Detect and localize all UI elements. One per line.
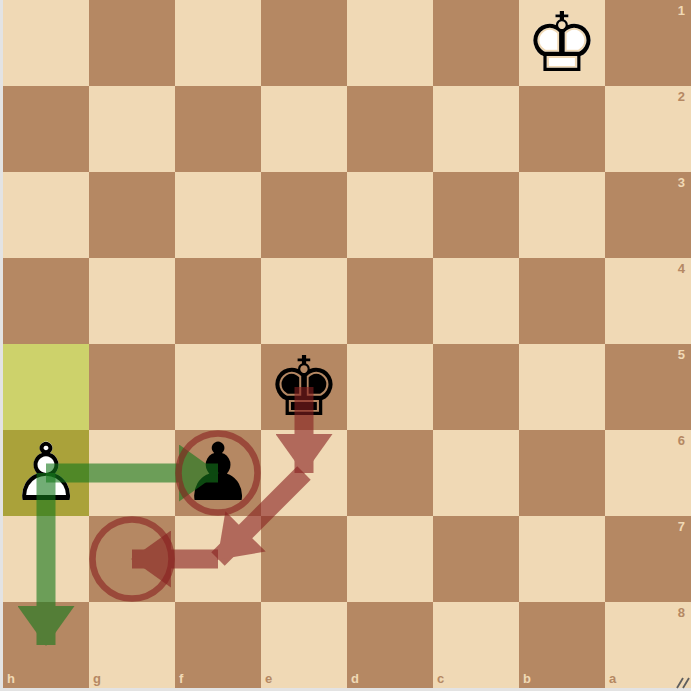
square-g5[interactable] [89,344,175,430]
square-g6[interactable] [89,430,175,516]
square-g2[interactable] [89,86,175,172]
chess-board-page: 1234567hgfedcb8a ♚♔♚♟♟♙ [0,0,691,691]
square-c6[interactable] [433,430,519,516]
square-c3[interactable] [433,172,519,258]
square-d5[interactable] [347,344,433,430]
square-b3[interactable] [519,172,605,258]
file-label-b: b [523,672,531,685]
square-c5[interactable] [433,344,519,430]
rank-label-8: 8 [678,606,685,619]
white-pawn-glyph: ♙ [3,430,89,516]
white-king[interactable]: ♚♔ [519,0,605,86]
square-b7[interactable] [519,516,605,602]
square-f2[interactable] [175,86,261,172]
file-label-a: a [609,672,616,685]
square-c4[interactable] [433,258,519,344]
square-h1[interactable] [3,0,89,86]
chess-board: 1234567hgfedcb8a [3,0,691,688]
square-d6[interactable] [347,430,433,516]
square-d2[interactable] [347,86,433,172]
square-f4[interactable] [175,258,261,344]
rank-label-1: 1 [678,4,685,17]
square-e8[interactable]: e [261,602,347,688]
square-a2[interactable]: 2 [605,86,691,172]
square-h7[interactable] [3,516,89,602]
square-a1[interactable]: 1 [605,0,691,86]
square-g4[interactable] [89,258,175,344]
square-d4[interactable] [347,258,433,344]
square-h3[interactable] [3,172,89,258]
square-f8[interactable]: f [175,602,261,688]
square-f5[interactable] [175,344,261,430]
square-h5[interactable] [3,344,89,430]
rank-label-5: 5 [678,348,685,361]
square-f7[interactable] [175,516,261,602]
square-b4[interactable] [519,258,605,344]
square-g7[interactable] [89,516,175,602]
square-e7[interactable] [261,516,347,602]
square-a4[interactable]: 4 [605,258,691,344]
rank-label-6: 6 [678,434,685,447]
file-label-c: c [437,672,444,685]
rank-label-7: 7 [678,520,685,533]
square-d7[interactable] [347,516,433,602]
square-b5[interactable] [519,344,605,430]
square-b8[interactable]: b [519,602,605,688]
file-label-e: e [265,672,272,685]
board-resize-handle[interactable] [674,674,690,690]
file-label-d: d [351,672,359,685]
white-pawn[interactable]: ♟♙ [3,430,89,516]
rank-label-3: 3 [678,176,685,189]
black-pawn-glyph: ♟ [175,430,261,516]
square-c7[interactable] [433,516,519,602]
square-f3[interactable] [175,172,261,258]
square-e4[interactable] [261,258,347,344]
square-c2[interactable] [433,86,519,172]
square-f1[interactable] [175,0,261,86]
rank-label-2: 2 [678,90,685,103]
square-a6[interactable]: 6 [605,430,691,516]
square-a7[interactable]: 7 [605,516,691,602]
square-c8[interactable]: c [433,602,519,688]
black-king-glyph: ♚ [261,344,347,430]
square-e1[interactable] [261,0,347,86]
square-c1[interactable] [433,0,519,86]
rank-label-4: 4 [678,262,685,275]
file-label-h: h [7,672,15,685]
white-king-glyph: ♔ [519,0,605,86]
square-e6[interactable] [261,430,347,516]
square-a5[interactable]: 5 [605,344,691,430]
square-e2[interactable] [261,86,347,172]
square-g1[interactable] [89,0,175,86]
square-g8[interactable]: g [89,602,175,688]
square-e3[interactable] [261,172,347,258]
file-label-f: f [179,672,183,685]
square-d3[interactable] [347,172,433,258]
square-b6[interactable] [519,430,605,516]
file-label-g: g [93,672,101,685]
square-d1[interactable] [347,0,433,86]
square-h4[interactable] [3,258,89,344]
square-d8[interactable]: d [347,602,433,688]
square-b2[interactable] [519,86,605,172]
square-g3[interactable] [89,172,175,258]
black-king[interactable]: ♚ [261,344,347,430]
diagonal-resize-grip-icon [674,674,690,690]
square-h2[interactable] [3,86,89,172]
black-pawn[interactable]: ♟ [175,430,261,516]
square-a3[interactable]: 3 [605,172,691,258]
square-h8[interactable]: h [3,602,89,688]
